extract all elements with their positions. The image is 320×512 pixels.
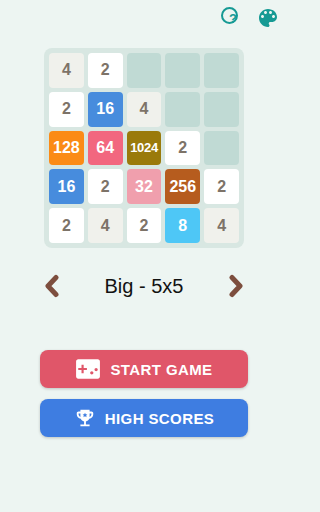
tile-2: 2 [165,131,200,166]
tile-2: 2 [49,92,84,127]
tile-4: 4 [127,92,162,127]
tile-16: 16 [49,169,84,204]
palette-icon-glyph [256,6,280,30]
help-icon[interactable]: ? [221,7,238,24]
tile-128: 128 [49,131,84,166]
chevron-right-icon[interactable] [224,272,248,300]
tile-4: 4 [88,208,123,243]
tile-256: 256 [165,169,200,204]
empty-cell [204,53,239,88]
start-game-label: START GAME [110,361,212,378]
tile-8: 8 [165,208,200,243]
gamepad-icon [75,359,101,379]
tile-4: 4 [49,53,84,88]
chevron-left-icon[interactable] [40,272,64,300]
board-preview: 422164128641024216232256224284 [44,48,244,248]
empty-cell [165,53,200,88]
palette-icon[interactable] [256,6,280,30]
board-size-label: Big - 5x5 [64,275,224,298]
tile-64: 64 [88,131,123,166]
trophy-icon [74,407,96,429]
empty-cell [165,92,200,127]
high-scores-button[interactable]: HIGH SCORES [40,399,248,437]
empty-cell [204,92,239,127]
board-size-selector: Big - 5x5 [40,268,248,304]
tile-2: 2 [49,208,84,243]
empty-cell [127,53,162,88]
tile-2: 2 [127,208,162,243]
start-game-button[interactable]: START GAME [40,350,248,388]
tile-32: 32 [127,169,162,204]
tile-4: 4 [204,208,239,243]
tile-16: 16 [88,92,123,127]
tile-2: 2 [204,169,239,204]
tile-1024: 1024 [127,131,162,166]
tile-2: 2 [88,169,123,204]
empty-cell [204,131,239,166]
chevron-right-glyph [226,274,246,298]
high-scores-label: HIGH SCORES [105,410,214,427]
chevron-left-glyph [42,274,62,298]
tile-2: 2 [88,53,123,88]
